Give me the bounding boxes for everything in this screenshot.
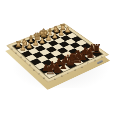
square-c7 (53, 60, 65, 67)
corner-marker (102, 54, 103, 55)
square-b4 (33, 52, 44, 59)
square-c6 (48, 57, 60, 64)
square-b8 (51, 68, 63, 75)
square-a4 (26, 54, 37, 61)
square-c5 (44, 53, 55, 60)
square-e7 (67, 55, 79, 62)
square-b7 (46, 63, 58, 70)
square-h8 (91, 50, 102, 57)
square-d6 (55, 54, 66, 61)
square-d8 (65, 62, 77, 69)
square-g7 (80, 49, 91, 56)
square-a5 (30, 58, 42, 65)
square-e6 (62, 51, 73, 58)
square-f8 (78, 56, 90, 63)
square-c8 (58, 65, 70, 72)
square-b5 (37, 55, 48, 62)
square-a7 (39, 66, 51, 73)
square-e8 (72, 59, 84, 66)
square-d5 (50, 50, 61, 57)
square-a8 (44, 71, 56, 79)
square-d7 (60, 58, 72, 65)
square-g8 (85, 53, 97, 60)
square-a6 (35, 62, 47, 69)
square-b6 (42, 59, 54, 66)
corner-marker (48, 78, 50, 79)
square-f7 (73, 52, 84, 59)
square-a3 (21, 51, 32, 58)
chess-set-photo: ♜♞♝♛♚♝♞♜♟♟♟♟♟♟♟♟♟♟♟♟♟♟♟♟♜♞♝♛♚♝♞♜ a1b2c3d… (0, 0, 120, 120)
